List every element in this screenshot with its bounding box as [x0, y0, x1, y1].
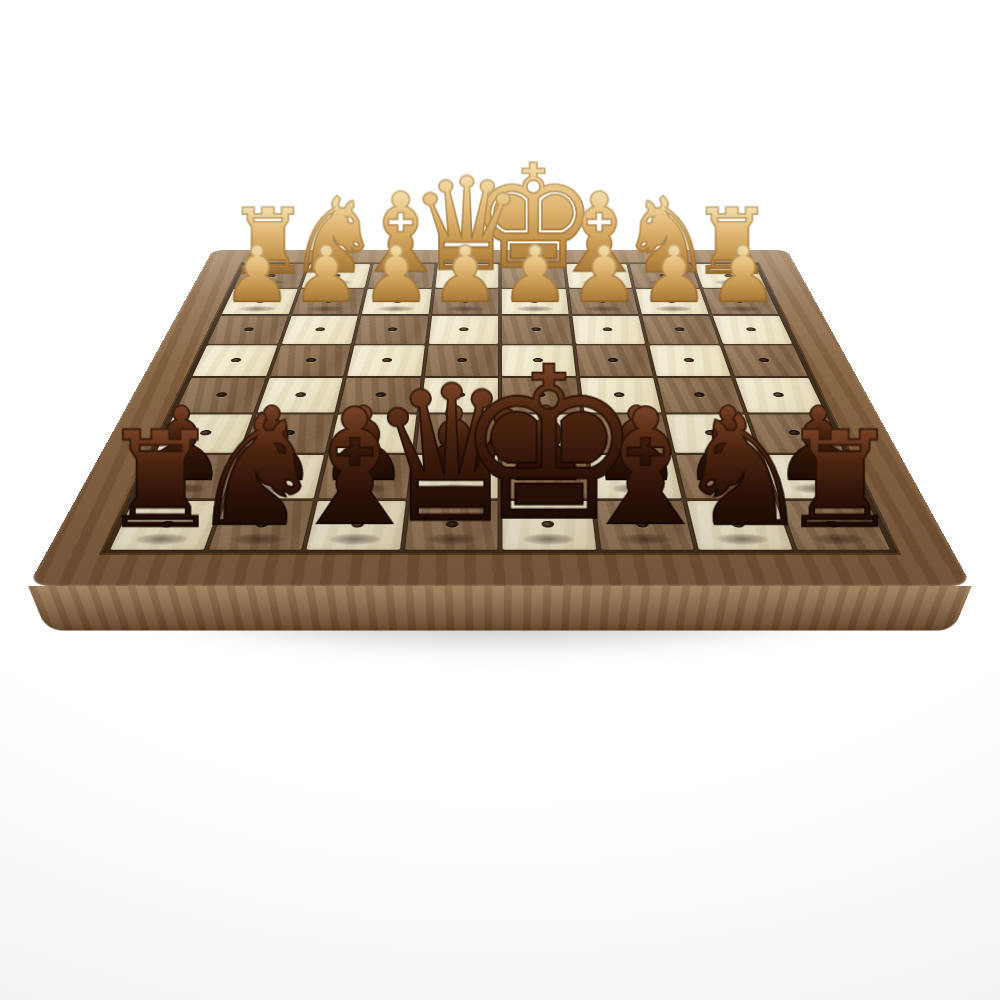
square-b3[interactable]	[281, 316, 357, 344]
chess-board: ♜♞♝♛♚♝♞♜♟♟♟♟♟♟♟♟♟♟♟♟♟♟♟♟♜♞♝♛♚♝♞♜	[28, 250, 972, 586]
square-c2[interactable]: ♟	[362, 289, 432, 314]
peg-hole	[683, 358, 694, 362]
piece-black-rook[interactable]: ♜	[101, 419, 220, 541]
square-f8[interactable]: ♝	[595, 501, 694, 550]
square-h4[interactable]	[723, 345, 808, 376]
square-b4[interactable]	[270, 345, 351, 376]
square-a8[interactable]: ♜	[110, 501, 221, 550]
peg-hole	[315, 327, 325, 331]
photo-scene: ♜♞♝♛♚♝♞♜♟♟♟♟♟♟♟♟♟♟♟♟♟♟♟♟♜♞♝♛♚♝♞♜	[0, 0, 1000, 1000]
peg-hole	[674, 327, 684, 331]
square-a2[interactable]: ♟	[222, 289, 298, 314]
peg-hole	[230, 358, 241, 362]
square-g2[interactable]: ♟	[636, 289, 709, 314]
square-f2[interactable]: ♟	[569, 289, 639, 314]
piece-white-pawn[interactable]: ♟	[500, 239, 569, 310]
square-b2[interactable]: ♟	[292, 289, 365, 314]
square-h3[interactable]	[712, 316, 792, 344]
board-grid: ♜♞♝♛♚♝♞♜♟♟♟♟♟♟♟♟♟♟♟♟♟♟♟♟♜♞♝♛♚♝♞♜	[102, 263, 898, 553]
square-h2[interactable]: ♟	[703, 289, 779, 314]
square-a3[interactable]	[208, 316, 288, 344]
piece-white-pawn[interactable]: ♟	[361, 239, 430, 310]
square-c8[interactable]: ♝	[306, 501, 405, 550]
square-d2[interactable]: ♟	[432, 289, 498, 314]
piece-white-pawn[interactable]: ♟	[639, 239, 708, 310]
square-c3[interactable]	[355, 316, 428, 344]
piece-white-pawn[interactable]: ♟	[431, 239, 500, 310]
board-front-edge	[28, 586, 972, 631]
peg-hole	[746, 327, 757, 331]
peg-hole	[759, 358, 770, 362]
piece-white-pawn[interactable]: ♟	[292, 239, 361, 310]
piece-black-rook[interactable]: ♜	[780, 419, 899, 541]
square-g3[interactable]	[642, 316, 718, 344]
peg-hole	[387, 327, 397, 331]
peg-hole	[243, 327, 254, 331]
square-h8[interactable]: ♜	[779, 501, 890, 550]
piece-white-pawn[interactable]: ♟	[222, 239, 291, 310]
square-a4[interactable]	[192, 345, 277, 376]
piece-white-pawn[interactable]: ♟	[709, 239, 778, 310]
square-e2[interactable]: ♟	[502, 289, 568, 314]
peg-hole	[306, 358, 317, 362]
piece-black-bishop[interactable]: ♝	[574, 394, 718, 542]
piece-white-pawn[interactable]: ♟	[570, 239, 639, 310]
square-g4[interactable]	[649, 345, 730, 376]
piece-black-bishop[interactable]: ♝	[282, 394, 426, 542]
